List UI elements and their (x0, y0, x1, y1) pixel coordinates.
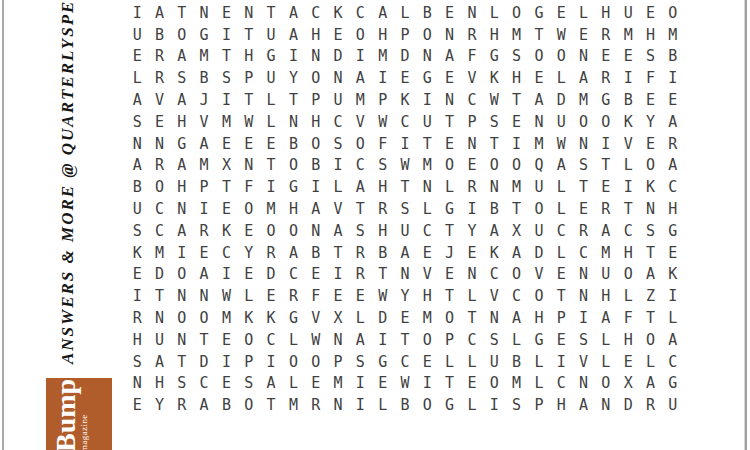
grid-cell[interactable]: W (372, 285, 394, 307)
grid-cell[interactable]: H (505, 67, 527, 89)
grid-cell[interactable]: C (617, 220, 639, 242)
grid-cell[interactable]: C (505, 285, 527, 307)
grid-cell[interactable]: E (126, 394, 148, 416)
grid-cell[interactable]: P (372, 89, 394, 111)
grid-cell[interactable]: P (550, 307, 572, 329)
grid-cell[interactable]: E (461, 372, 483, 394)
grid-cell[interactable]: W (215, 285, 237, 307)
grid-cell[interactable]: T (327, 242, 349, 264)
grid-cell[interactable]: A (193, 263, 215, 285)
grid-cell[interactable]: R (282, 285, 304, 307)
grid-cell[interactable]: G (416, 67, 438, 89)
grid-cell[interactable]: V (148, 89, 170, 111)
grid-cell[interactable]: H (238, 46, 260, 68)
grid-cell[interactable]: M (662, 24, 684, 46)
grid-cell[interactable]: R (372, 198, 394, 220)
grid-cell[interactable]: C (193, 372, 215, 394)
grid-cell[interactable]: C (349, 2, 371, 24)
grid-cell[interactable]: M (215, 111, 237, 133)
grid-cell[interactable]: T (483, 133, 505, 155)
grid-cell[interactable]: I (662, 67, 684, 89)
grid-cell[interactable]: S (349, 220, 371, 242)
grid-cell[interactable]: R (595, 198, 617, 220)
grid-cell[interactable]: O (416, 394, 438, 416)
grid-cell[interactable]: M (148, 242, 170, 264)
grid-cell[interactable]: Z (639, 285, 661, 307)
grid-cell[interactable]: E (461, 242, 483, 264)
grid-cell[interactable]: C (260, 329, 282, 351)
grid-cell[interactable]: T (505, 198, 527, 220)
grid-cell[interactable]: U (528, 176, 550, 198)
grid-cell[interactable]: E (305, 372, 327, 394)
grid-cell[interactable]: D (372, 307, 394, 329)
grid-cell[interactable]: V (416, 263, 438, 285)
grid-cell[interactable]: M (193, 46, 215, 68)
grid-cell[interactable]: C (349, 155, 371, 177)
grid-cell[interactable]: E (394, 67, 416, 89)
grid-cell[interactable]: A (171, 46, 193, 68)
grid-cell[interactable]: L (617, 155, 639, 177)
grid-cell[interactable]: K (215, 220, 237, 242)
grid-cell[interactable]: K (639, 176, 661, 198)
grid-cell[interactable]: A (662, 111, 684, 133)
grid-cell[interactable]: N (282, 111, 304, 133)
grid-cell[interactable]: L (461, 351, 483, 373)
grid-cell[interactable]: N (305, 220, 327, 242)
grid-cell[interactable]: G (483, 46, 505, 68)
grid-cell[interactable]: N (639, 198, 661, 220)
grid-cell[interactable]: H (372, 176, 394, 198)
grid-cell[interactable]: S (505, 46, 527, 68)
grid-cell[interactable]: T (394, 329, 416, 351)
grid-cell[interactable]: W (372, 111, 394, 133)
grid-cell[interactable]: M (505, 176, 527, 198)
grid-cell[interactable]: D (394, 46, 416, 68)
grid-cell[interactable]: A (349, 176, 371, 198)
grid-cell[interactable]: A (372, 2, 394, 24)
grid-cell[interactable]: O (438, 155, 460, 177)
grid-cell[interactable]: T (639, 307, 661, 329)
grid-cell[interactable]: K (126, 242, 148, 264)
grid-cell[interactable]: N (193, 2, 215, 24)
grid-cell[interactable]: S (171, 67, 193, 89)
grid-cell[interactable]: T (282, 89, 304, 111)
grid-cell[interactable]: K (617, 111, 639, 133)
grid-cell[interactable]: O (193, 307, 215, 329)
grid-cell[interactable]: N (461, 263, 483, 285)
grid-cell[interactable]: E (215, 198, 237, 220)
grid-cell[interactable]: W (394, 372, 416, 394)
grid-cell[interactable]: B (505, 351, 527, 373)
grid-cell[interactable]: I (483, 394, 505, 416)
grid-cell[interactable]: S (639, 46, 661, 68)
grid-cell[interactable]: D (193, 351, 215, 373)
grid-cell[interactable]: N (305, 46, 327, 68)
grid-cell[interactable]: A (171, 89, 193, 111)
grid-cell[interactable]: M (505, 372, 527, 394)
grid-cell[interactable]: I (305, 176, 327, 198)
grid-cell[interactable]: G (662, 220, 684, 242)
grid-cell[interactable]: S (572, 329, 594, 351)
grid-cell[interactable]: K (483, 242, 505, 264)
grid-cell[interactable]: B (483, 198, 505, 220)
grid-cell[interactable]: H (617, 329, 639, 351)
grid-cell[interactable]: N (595, 394, 617, 416)
grid-cell[interactable]: L (550, 198, 572, 220)
grid-cell[interactable]: N (528, 111, 550, 133)
grid-cell[interactable]: M (260, 198, 282, 220)
grid-cell[interactable]: S (126, 351, 148, 373)
grid-cell[interactable]: G (260, 46, 282, 68)
grid-cell[interactable]: L (662, 307, 684, 329)
grid-cell[interactable]: B (282, 133, 304, 155)
grid-cell[interactable]: E (327, 285, 349, 307)
grid-cell[interactable]: T (349, 198, 371, 220)
grid-cell[interactable]: O (639, 155, 661, 177)
grid-cell[interactable]: E (238, 220, 260, 242)
grid-cell[interactable]: T (617, 198, 639, 220)
grid-cell[interactable]: V (193, 111, 215, 133)
grid-cell[interactable]: R (639, 394, 661, 416)
grid-cell[interactable]: B (215, 394, 237, 416)
grid-cell[interactable]: U (327, 89, 349, 111)
grid-cell[interactable]: C (662, 351, 684, 373)
grid-cell[interactable]: G (193, 24, 215, 46)
grid-cell[interactable]: E (215, 2, 237, 24)
grid-cell[interactable]: A (483, 220, 505, 242)
grid-cell[interactable]: N (126, 133, 148, 155)
grid-cell[interactable]: S (126, 111, 148, 133)
grid-cell[interactable]: E (662, 242, 684, 264)
grid-cell[interactable]: H (305, 111, 327, 133)
grid-cell[interactable]: S (126, 220, 148, 242)
grid-cell[interactable]: C (550, 220, 572, 242)
grid-cell[interactable]: S (372, 155, 394, 177)
grid-cell[interactable]: R (148, 46, 170, 68)
grid-cell[interactable]: E (639, 89, 661, 111)
grid-cell[interactable]: A (282, 242, 304, 264)
grid-cell[interactable]: L (282, 329, 304, 351)
grid-cell[interactable]: I (126, 285, 148, 307)
grid-cell[interactable]: A (327, 220, 349, 242)
grid-cell[interactable]: O (171, 307, 193, 329)
grid-cell[interactable]: S (394, 198, 416, 220)
grid-cell[interactable]: L (617, 285, 639, 307)
grid-cell[interactable]: T (461, 307, 483, 329)
grid-cell[interactable]: E (438, 263, 460, 285)
grid-cell[interactable]: R (572, 220, 594, 242)
grid-cell[interactable]: S (483, 111, 505, 133)
grid-cell[interactable]: F (639, 67, 661, 89)
grid-cell[interactable]: P (394, 24, 416, 46)
grid-cell[interactable]: A (639, 263, 661, 285)
grid-cell[interactable]: E (550, 263, 572, 285)
grid-cell[interactable]: E (572, 198, 594, 220)
grid-cell[interactable]: A (148, 2, 170, 24)
grid-cell[interactable]: V (349, 111, 371, 133)
grid-cell[interactable]: G (438, 198, 460, 220)
grid-cell[interactable]: V (572, 351, 594, 373)
grid-cell[interactable]: C (305, 2, 327, 24)
grid-cell[interactable]: N (238, 155, 260, 177)
grid-cell[interactable]: G (171, 133, 193, 155)
grid-cell[interactable]: O (282, 220, 304, 242)
grid-cell[interactable]: M (327, 372, 349, 394)
grid-cell[interactable]: U (260, 67, 282, 89)
grid-cell[interactable]: I (416, 372, 438, 394)
grid-cell[interactable]: L (126, 67, 148, 89)
grid-cell[interactable]: H (372, 220, 394, 242)
grid-cell[interactable]: O (416, 24, 438, 46)
grid-cell[interactable]: L (438, 176, 460, 198)
grid-cell[interactable]: C (483, 263, 505, 285)
grid-cell[interactable]: A (171, 155, 193, 177)
grid-cell[interactable]: B (372, 242, 394, 264)
grid-cell[interactable]: M (372, 46, 394, 68)
grid-cell[interactable]: H (171, 111, 193, 133)
grid-cell[interactable]: N (572, 46, 594, 68)
grid-cell[interactable]: S (349, 351, 371, 373)
grid-cell[interactable]: O (305, 67, 327, 89)
grid-cell[interactable]: A (260, 372, 282, 394)
grid-cell[interactable]: C (461, 89, 483, 111)
grid-cell[interactable]: N (394, 263, 416, 285)
grid-cell[interactable]: L (550, 176, 572, 198)
grid-cell[interactable]: U (394, 220, 416, 242)
grid-cell[interactable]: L (550, 242, 572, 264)
grid-cell[interactable]: I (215, 351, 237, 373)
grid-cell[interactable]: C (572, 242, 594, 264)
grid-cell[interactable]: P (305, 89, 327, 111)
grid-cell[interactable]: W (550, 133, 572, 155)
grid-cell[interactable]: P (528, 394, 550, 416)
grid-cell[interactable]: E (193, 242, 215, 264)
grid-cell[interactable]: L (327, 176, 349, 198)
grid-cell[interactable]: N (461, 2, 483, 24)
grid-cell[interactable]: E (639, 133, 661, 155)
grid-cell[interactable]: M (617, 24, 639, 46)
grid-cell[interactable]: N (416, 176, 438, 198)
grid-cell[interactable]: O (282, 155, 304, 177)
grid-cell[interactable]: N (148, 307, 170, 329)
grid-cell[interactable]: P (327, 351, 349, 373)
grid-cell[interactable]: I (215, 263, 237, 285)
grid-cell[interactable]: N (327, 67, 349, 89)
grid-cell[interactable]: F (617, 307, 639, 329)
grid-cell[interactable]: H (528, 307, 550, 329)
grid-cell[interactable]: I (171, 242, 193, 264)
grid-cell[interactable]: R (349, 242, 371, 264)
grid-cell[interactable]: D (327, 46, 349, 68)
grid-cell[interactable]: U (416, 111, 438, 133)
grid-cell[interactable]: A (550, 155, 572, 177)
grid-cell[interactable]: I (550, 351, 572, 373)
grid-cell[interactable]: C (394, 351, 416, 373)
grid-cell[interactable]: B (305, 155, 327, 177)
grid-cell[interactable]: I (617, 176, 639, 198)
grid-cell[interactable]: N (438, 89, 460, 111)
grid-cell[interactable]: C (148, 198, 170, 220)
grid-cell[interactable]: V (305, 307, 327, 329)
grid-cell[interactable]: I (215, 89, 237, 111)
grid-cell[interactable]: L (260, 89, 282, 111)
grid-cell[interactable]: I (505, 133, 527, 155)
grid-cell[interactable]: R (461, 176, 483, 198)
grid-cell[interactable]: V (327, 198, 349, 220)
grid-cell[interactable]: R (305, 394, 327, 416)
grid-cell[interactable]: S (215, 67, 237, 89)
grid-cell[interactable]: U (260, 24, 282, 46)
grid-cell[interactable]: I (349, 372, 371, 394)
grid-cell[interactable]: A (505, 307, 527, 329)
grid-cell[interactable]: D (550, 89, 572, 111)
grid-cell[interactable]: N (416, 46, 438, 68)
grid-cell[interactable]: W (483, 89, 505, 111)
grid-cell[interactable]: Q (528, 155, 550, 177)
grid-cell[interactable]: I (349, 394, 371, 416)
grid-cell[interactable]: N (171, 198, 193, 220)
grid-cell[interactable]: R (662, 133, 684, 155)
grid-cell[interactable]: F (238, 176, 260, 198)
grid-cell[interactable]: E (461, 155, 483, 177)
grid-cell[interactable]: H (148, 372, 170, 394)
grid-cell[interactable]: O (662, 2, 684, 24)
grid-cell[interactable]: C (282, 263, 304, 285)
grid-cell[interactable]: I (372, 329, 394, 351)
grid-cell[interactable]: M (349, 89, 371, 111)
grid-cell[interactable]: I (662, 285, 684, 307)
grid-cell[interactable]: E (416, 242, 438, 264)
grid-cell[interactable]: T (260, 2, 282, 24)
grid-cell[interactable]: R (193, 220, 215, 242)
grid-cell[interactable]: N (126, 372, 148, 394)
grid-cell[interactable]: A (126, 155, 148, 177)
grid-cell[interactable]: I (572, 307, 594, 329)
grid-cell[interactable]: A (394, 242, 416, 264)
grid-cell[interactable]: O (238, 198, 260, 220)
grid-cell[interactable]: T (193, 329, 215, 351)
grid-cell[interactable]: I (349, 46, 371, 68)
grid-cell[interactable]: I (260, 176, 282, 198)
grid-cell[interactable]: C (662, 176, 684, 198)
grid-cell[interactable]: X (617, 372, 639, 394)
grid-cell[interactable]: R (595, 67, 617, 89)
grid-cell[interactable]: I (372, 67, 394, 89)
grid-cell[interactable]: S (572, 155, 594, 177)
grid-cell[interactable]: V (528, 263, 550, 285)
grid-cell[interactable]: E (572, 24, 594, 46)
grid-cell[interactable]: E (639, 2, 661, 24)
grid-cell[interactable]: A (505, 242, 527, 264)
grid-cell[interactable]: L (528, 372, 550, 394)
grid-cell[interactable]: H (483, 24, 505, 46)
grid-cell[interactable]: O (617, 263, 639, 285)
grid-cell[interactable]: L (639, 351, 661, 373)
grid-cell[interactable]: Y (238, 242, 260, 264)
grid-cell[interactable]: L (438, 351, 460, 373)
grid-cell[interactable]: T (238, 89, 260, 111)
grid-cell[interactable]: U (550, 111, 572, 133)
grid-cell[interactable]: H (282, 198, 304, 220)
grid-cell[interactable]: E (416, 351, 438, 373)
grid-cell[interactable]: N (148, 133, 170, 155)
grid-cell[interactable]: E (372, 372, 394, 394)
grid-cell[interactable]: T (438, 111, 460, 133)
grid-cell[interactable]: M (505, 24, 527, 46)
grid-cell[interactable]: I (617, 67, 639, 89)
grid-cell[interactable]: O (238, 394, 260, 416)
grid-cell[interactable]: M (282, 394, 304, 416)
grid-cell[interactable]: G (282, 307, 304, 329)
grid-cell[interactable]: P (438, 329, 460, 351)
grid-cell[interactable]: L (572, 2, 594, 24)
grid-cell[interactable]: A (438, 46, 460, 68)
grid-cell[interactable]: L (238, 285, 260, 307)
grid-cell[interactable]: A (305, 198, 327, 220)
grid-cell[interactable]: A (193, 133, 215, 155)
grid-cell[interactable]: T (639, 242, 661, 264)
grid-cell[interactable]: Y (639, 111, 661, 133)
grid-cell[interactable]: O (282, 351, 304, 373)
grid-cell[interactable]: N (327, 329, 349, 351)
grid-cell[interactable]: Y (148, 394, 170, 416)
grid-cell[interactable]: T (438, 372, 460, 394)
grid-cell[interactable]: A (595, 220, 617, 242)
grid-cell[interactable]: L (595, 351, 617, 373)
grid-cell[interactable]: I (193, 198, 215, 220)
grid-cell[interactable]: T (438, 220, 460, 242)
grid-cell[interactable]: E (438, 67, 460, 89)
grid-cell[interactable]: E (126, 263, 148, 285)
grid-cell[interactable]: A (528, 89, 550, 111)
grid-cell[interactable]: G (662, 372, 684, 394)
grid-cell[interactable]: A (282, 24, 304, 46)
grid-cell[interactable]: N (572, 285, 594, 307)
grid-cell[interactable]: U (483, 351, 505, 373)
grid-cell[interactable]: A (595, 307, 617, 329)
grid-cell[interactable]: H (171, 176, 193, 198)
grid-cell[interactable]: D (260, 263, 282, 285)
grid-cell[interactable]: S (238, 372, 260, 394)
grid-cell[interactable]: K (483, 67, 505, 89)
grid-cell[interactable]: G (282, 176, 304, 198)
grid-cell[interactable]: R (171, 394, 193, 416)
grid-cell[interactable]: E (126, 46, 148, 68)
grid-cell[interactable]: A (148, 351, 170, 373)
grid-cell[interactable]: H (639, 24, 661, 46)
grid-cell[interactable]: I (394, 133, 416, 155)
grid-cell[interactable]: M (572, 89, 594, 111)
grid-cell[interactable]: X (505, 220, 527, 242)
grid-cell[interactable]: O (148, 176, 170, 198)
grid-cell[interactable]: Y (461, 220, 483, 242)
grid-cell[interactable]: L (550, 67, 572, 89)
grid-cell[interactable]: E (550, 2, 572, 24)
grid-cell[interactable]: N (572, 263, 594, 285)
grid-cell[interactable]: T (215, 46, 237, 68)
grid-cell[interactable]: S (505, 394, 527, 416)
grid-cell[interactable]: T (550, 285, 572, 307)
grid-cell[interactable]: A (662, 329, 684, 351)
grid-cell[interactable]: S (639, 220, 661, 242)
grid-cell[interactable]: N (438, 24, 460, 46)
grid-cell[interactable]: A (662, 155, 684, 177)
grid-cell[interactable]: R (148, 155, 170, 177)
grid-cell[interactable]: F (305, 285, 327, 307)
grid-cell[interactable]: H (617, 242, 639, 264)
grid-cell[interactable]: H (550, 394, 572, 416)
grid-cell[interactable]: G (372, 351, 394, 373)
